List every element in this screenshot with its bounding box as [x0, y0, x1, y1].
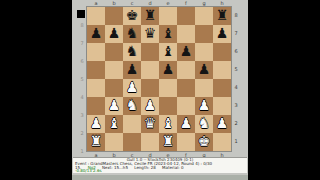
coord-rank-2: 2 — [79, 124, 85, 142]
piece-white-pawn: ♟ — [213, 115, 231, 133]
square-g6[interactable] — [195, 43, 213, 61]
coord-file-g: g — [195, 0, 213, 6]
coord-rank-4: 4 — [79, 88, 85, 106]
coord-file-d: d — [141, 0, 159, 6]
coord-rank-6: 6 — [233, 42, 239, 60]
piece-black-pawn: ♟ — [105, 25, 123, 43]
piece-black-knight: ♞ — [123, 25, 141, 43]
square-e4[interactable] — [159, 79, 177, 97]
square-g8[interactable] — [195, 7, 213, 25]
square-b6[interactable] — [105, 43, 123, 61]
square-c7[interactable]: ♞ — [123, 25, 141, 43]
piece-black-pawn: ♟ — [195, 61, 213, 79]
square-f1[interactable] — [177, 133, 195, 151]
square-f3[interactable] — [177, 97, 195, 115]
square-f8[interactable] — [177, 7, 195, 25]
square-e8[interactable] — [159, 7, 177, 25]
square-g4[interactable] — [195, 79, 213, 97]
square-g2[interactable]: ♞ — [195, 115, 213, 133]
piece-white-pawn: ♟ — [195, 97, 213, 115]
square-f2[interactable]: ♟ — [177, 115, 195, 133]
square-c3[interactable]: ♞ — [123, 97, 141, 115]
rank-labels-left: 87654321 — [79, 16, 85, 160]
coord-rank-8: 8 — [79, 16, 85, 34]
piece-white-rook: ♜ — [159, 133, 177, 151]
bottom-strip — [72, 175, 248, 180]
square-e2[interactable]: ♝ — [159, 115, 177, 133]
piece-black-pawn: ♟ — [213, 25, 231, 43]
coord-file-b: b — [105, 0, 123, 6]
coord-file-c: c — [123, 0, 141, 6]
coord-rank-7: 7 — [233, 24, 239, 42]
piece-white-pawn: ♟ — [105, 97, 123, 115]
square-a1[interactable]: ♜ — [87, 133, 105, 151]
square-e3[interactable] — [159, 97, 177, 115]
square-f6[interactable]: ♟ — [177, 43, 195, 61]
coord-file-e: e — [159, 0, 177, 6]
piece-black-bishop: ♝ — [159, 25, 177, 43]
piece-white-pawn: ♟ — [123, 79, 141, 97]
square-e6[interactable]: ♝ — [159, 43, 177, 61]
square-g7[interactable] — [195, 25, 213, 43]
piece-white-pawn: ♟ — [87, 115, 105, 133]
chess-board: ♚♜♜♟♟♞♛♝♟♞♝♟♟♟♟♟♟♞♟♟♟♝♛♝♟♞♟♜♜♚ — [87, 7, 231, 151]
piece-white-knight: ♞ — [195, 115, 213, 133]
square-d7[interactable]: ♛ — [141, 25, 159, 43]
square-c4[interactable]: ♟ — [123, 79, 141, 97]
square-b5[interactable] — [105, 61, 123, 79]
square-e7[interactable]: ♝ — [159, 25, 177, 43]
piece-black-rook: ♜ — [141, 7, 159, 25]
piece-white-pawn: ♟ — [141, 97, 159, 115]
square-h1[interactable] — [213, 133, 231, 151]
engine-eval: -0.80/13 2.6s — [73, 169, 247, 173]
piece-white-pawn: ♟ — [177, 115, 195, 133]
piece-white-bishop: ♝ — [159, 115, 177, 133]
square-b8[interactable] — [105, 7, 123, 25]
chess-app-panel: abcdefgh 87654321 87654321 abcdefgh ♚♜♜♟… — [72, 0, 248, 180]
square-g5[interactable]: ♟ — [195, 61, 213, 79]
square-b7[interactable]: ♟ — [105, 25, 123, 43]
square-h5[interactable] — [213, 61, 231, 79]
piece-black-king: ♚ — [123, 7, 141, 25]
material-balance: Material: 0 — [162, 165, 183, 170]
coord-rank-6: 6 — [79, 52, 85, 70]
square-a3[interactable] — [87, 97, 105, 115]
square-f4[interactable] — [177, 79, 195, 97]
piece-black-rook: ♜ — [213, 7, 231, 25]
square-d8[interactable]: ♜ — [141, 7, 159, 25]
square-f7[interactable] — [177, 25, 195, 43]
piece-white-knight: ♞ — [123, 97, 141, 115]
square-d1[interactable] — [141, 133, 159, 151]
piece-black-pawn: ♟ — [177, 43, 195, 61]
piece-black-knight: ♞ — [123, 43, 141, 61]
piece-white-bishop: ♝ — [105, 115, 123, 133]
piece-white-rook: ♜ — [87, 133, 105, 151]
square-e1[interactable]: ♜ — [159, 133, 177, 151]
square-d2[interactable]: ♛ — [141, 115, 159, 133]
coord-rank-4: 4 — [233, 78, 239, 96]
coord-rank-7: 7 — [79, 34, 85, 52]
rank-labels-right: 87654321 — [233, 6, 239, 150]
square-a4[interactable] — [87, 79, 105, 97]
coord-rank-5: 5 — [233, 60, 239, 78]
square-h4[interactable] — [213, 79, 231, 97]
square-c5[interactable]: ♟ — [123, 61, 141, 79]
coord-file-a: a — [87, 0, 105, 6]
coord-rank-8: 8 — [233, 6, 239, 24]
coord-rank-2: 2 — [233, 114, 239, 132]
square-g1[interactable]: ♚ — [195, 133, 213, 151]
square-e5[interactable]: ♟ — [159, 61, 177, 79]
square-a5[interactable] — [87, 61, 105, 79]
piece-black-bishop: ♝ — [159, 43, 177, 61]
square-h6[interactable] — [213, 43, 231, 61]
piece-white-king: ♚ — [195, 133, 213, 151]
square-b1[interactable] — [105, 133, 123, 151]
square-d4[interactable] — [141, 79, 159, 97]
square-c8[interactable]: ♚ — [123, 7, 141, 25]
square-g3[interactable]: ♟ — [195, 97, 213, 115]
square-a8[interactable] — [87, 7, 105, 25]
coord-rank-3: 3 — [79, 106, 85, 124]
coord-rank-5: 5 — [79, 70, 85, 88]
game-length: Length: 28 — [134, 165, 156, 170]
coord-rank-1: 1 — [233, 132, 239, 150]
square-h2[interactable]: ♟ — [213, 115, 231, 133]
square-c1[interactable] — [123, 133, 141, 151]
square-a7[interactable]: ♟ — [87, 25, 105, 43]
square-h3[interactable] — [213, 97, 231, 115]
piece-black-pawn: ♟ — [159, 61, 177, 79]
square-b2[interactable]: ♝ — [105, 115, 123, 133]
square-d6[interactable] — [141, 43, 159, 61]
piece-black-pawn: ♟ — [87, 25, 105, 43]
file-labels-top: abcdefgh — [87, 0, 231, 6]
square-a2[interactable]: ♟ — [87, 115, 105, 133]
next-move: Next: 15...h5 — [102, 165, 128, 170]
square-b4[interactable] — [105, 79, 123, 97]
piece-black-queen: ♛ — [141, 25, 159, 43]
coord-file-f: f — [177, 0, 195, 6]
square-b3[interactable]: ♟ — [105, 97, 123, 115]
piece-black-pawn: ♟ — [123, 61, 141, 79]
square-h7[interactable]: ♟ — [213, 25, 231, 43]
square-a6[interactable] — [87, 43, 105, 61]
square-d5[interactable] — [141, 61, 159, 79]
square-c2[interactable] — [123, 115, 141, 133]
square-f5[interactable] — [177, 61, 195, 79]
coord-rank-3: 3 — [233, 96, 239, 114]
piece-white-queen: ♛ — [141, 115, 159, 133]
square-h8[interactable]: ♜ — [213, 7, 231, 25]
square-d3[interactable]: ♟ — [141, 97, 159, 115]
square-c6[interactable]: ♞ — [123, 43, 141, 61]
game-info-panel: Gull 1.0 -- Stockfish 230409 (0-1) Event… — [73, 157, 247, 173]
coord-file-h: h — [213, 0, 231, 6]
